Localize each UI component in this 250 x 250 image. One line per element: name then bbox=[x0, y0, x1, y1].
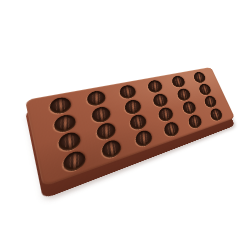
coffee-bean-cavity-r3c2 bbox=[97, 122, 116, 141]
tray-top-face bbox=[25, 67, 235, 187]
coffee-bean-cavity-r3c3 bbox=[129, 114, 147, 131]
coffee-bean-cavity-r4c4 bbox=[163, 121, 180, 138]
coffee-bean-cavity-r3c4 bbox=[158, 107, 174, 122]
bean-crease-line bbox=[73, 153, 76, 170]
coffee-bean-cavity-r1c3 bbox=[119, 85, 137, 100]
coffee-bean-cavity-r4c2 bbox=[102, 139, 123, 160]
product-photo bbox=[0, 0, 250, 250]
coffee-bean-cavity-r3c1 bbox=[58, 131, 81, 153]
bean-crease-line bbox=[63, 116, 66, 131]
coffee-bean-cavity-r1c6 bbox=[193, 72, 206, 83]
coffee-bean-cavity-r1c2 bbox=[88, 91, 106, 107]
coffee-bean-cavity-r1c1 bbox=[49, 97, 71, 115]
coffee-bean-cavity-r4c3 bbox=[135, 129, 152, 147]
coffee-bean-cavity-r1c5 bbox=[171, 76, 186, 89]
coffee-bean-cavity-r3c5 bbox=[182, 101, 197, 115]
coffee-bean-cavity-r2c5 bbox=[177, 88, 191, 101]
coffee-bean-cavity-r4c6 bbox=[209, 108, 223, 122]
coffee-bean-cavity-r3c6 bbox=[204, 96, 217, 109]
coffee-bean-cavity-r2c1 bbox=[54, 114, 76, 133]
coffee-bean-cavity-r1c4 bbox=[147, 80, 162, 93]
coffee-bean-cavity-r2c6 bbox=[198, 83, 212, 95]
coffee-bean-cavity-r4c1 bbox=[63, 150, 85, 173]
coffee-bean-cavity-r2c2 bbox=[92, 106, 112, 124]
coffee-bean-cavity-r2c3 bbox=[125, 99, 142, 115]
coffee-bean-cavity-r4c5 bbox=[188, 114, 203, 129]
coffee-bean-cavity-r2c4 bbox=[152, 93, 169, 108]
